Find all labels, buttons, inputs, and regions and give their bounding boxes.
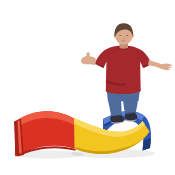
shirt-body	[95, 46, 152, 95]
right-arm	[148, 60, 164, 69]
left-hand	[81, 56, 96, 65]
red-beam-segment	[14, 111, 76, 156]
product-photo	[0, 0, 175, 175]
left-eye	[119, 35, 121, 36]
left-thumb	[86, 52, 89, 56]
child-figure	[81, 23, 173, 123]
right-hand	[162, 64, 173, 71]
balance-beam-scene	[0, 0, 175, 175]
right-eye	[126, 35, 128, 36]
head	[114, 23, 134, 48]
nose-shadow	[123, 37, 124, 39]
mouth	[122, 40, 126, 41]
left-shoe	[110, 115, 124, 122]
t-shirt	[95, 46, 152, 95]
